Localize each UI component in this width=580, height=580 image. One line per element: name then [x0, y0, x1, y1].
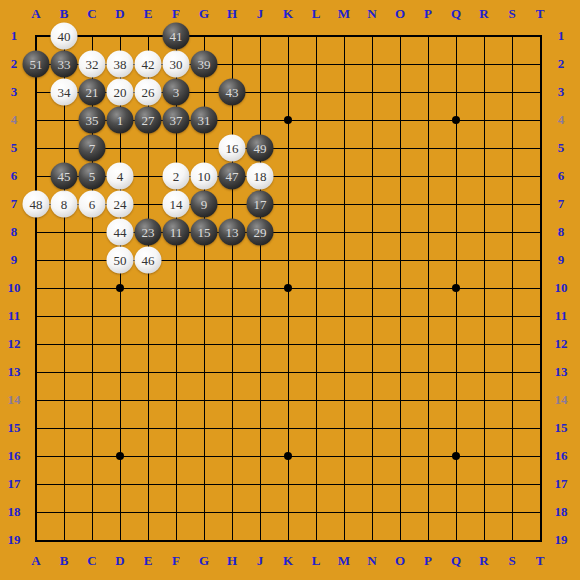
- row-label-right: 13: [555, 364, 568, 380]
- col-label-top: H: [227, 6, 237, 22]
- col-label-bottom: F: [172, 553, 180, 569]
- col-label-top: T: [536, 6, 545, 22]
- stone-black-21: 21: [79, 79, 106, 106]
- stone-white-2: 2: [163, 163, 190, 190]
- row-label-left: 8: [11, 224, 18, 240]
- row-label-right: 14: [555, 392, 568, 408]
- stone-black-47: 47: [219, 163, 246, 190]
- col-label-bottom: L: [312, 553, 321, 569]
- col-label-bottom: T: [536, 553, 545, 569]
- row-label-right: 3: [558, 84, 565, 100]
- stone-black-13: 13: [219, 219, 246, 246]
- stone-white-10: 10: [191, 163, 218, 190]
- col-label-top: D: [115, 6, 124, 22]
- stone-white-46: 46: [135, 247, 162, 274]
- row-label-right: 19: [555, 532, 568, 548]
- col-label-bottom: B: [60, 553, 69, 569]
- stone-white-34: 34: [51, 79, 78, 106]
- row-label-left: 7: [11, 196, 18, 212]
- col-label-bottom: O: [395, 553, 405, 569]
- col-label-top: Q: [451, 6, 461, 22]
- stone-white-26: 26: [135, 79, 162, 106]
- col-label-top: B: [60, 6, 69, 22]
- row-label-left: 3: [11, 84, 18, 100]
- row-label-left: 19: [8, 532, 21, 548]
- stone-white-42: 42: [135, 51, 162, 78]
- row-label-left: 18: [8, 504, 21, 520]
- col-label-bottom: D: [115, 553, 124, 569]
- row-label-right: 7: [558, 196, 565, 212]
- stone-black-17: 17: [247, 191, 274, 218]
- stone-black-45: 45: [51, 163, 78, 190]
- stone-white-14: 14: [163, 191, 190, 218]
- star-point: [116, 452, 124, 460]
- row-label-right: 17: [555, 476, 568, 492]
- col-label-bottom: C: [87, 553, 96, 569]
- star-point: [284, 452, 292, 460]
- row-label-right: 10: [555, 280, 568, 296]
- row-label-right: 5: [558, 140, 565, 156]
- row-label-left: 4: [11, 112, 18, 128]
- col-label-top: S: [508, 6, 515, 22]
- col-label-bottom: R: [479, 553, 488, 569]
- star-point: [452, 284, 460, 292]
- stone-black-37: 37: [163, 107, 190, 134]
- stone-black-1: 1: [107, 107, 134, 134]
- star-point: [284, 116, 292, 124]
- col-label-top: E: [144, 6, 153, 22]
- col-label-bottom: G: [199, 553, 209, 569]
- stone-white-18: 18: [247, 163, 274, 190]
- col-label-bottom: E: [144, 553, 153, 569]
- row-label-right: 8: [558, 224, 565, 240]
- col-label-top: P: [424, 6, 432, 22]
- col-label-bottom: J: [257, 553, 264, 569]
- row-label-left: 16: [8, 448, 21, 464]
- row-label-left: 1: [11, 28, 18, 44]
- stone-white-48: 48: [23, 191, 50, 218]
- stone-black-49: 49: [247, 135, 274, 162]
- star-point: [452, 116, 460, 124]
- col-label-top: N: [367, 6, 376, 22]
- col-label-top: L: [312, 6, 321, 22]
- stone-black-9: 9: [191, 191, 218, 218]
- row-label-left: 2: [11, 56, 18, 72]
- col-label-bottom: A: [31, 553, 40, 569]
- col-label-top: M: [338, 6, 350, 22]
- col-label-top: A: [31, 6, 40, 22]
- stone-white-8: 8: [51, 191, 78, 218]
- stone-black-3: 3: [163, 79, 190, 106]
- stone-white-20: 20: [107, 79, 134, 106]
- row-label-right: 4: [558, 112, 565, 128]
- stone-white-30: 30: [163, 51, 190, 78]
- stone-black-39: 39: [191, 51, 218, 78]
- star-point: [284, 284, 292, 292]
- row-label-left: 12: [8, 336, 21, 352]
- stone-black-11: 11: [163, 219, 190, 246]
- row-label-left: 6: [11, 168, 18, 184]
- stone-black-33: 33: [51, 51, 78, 78]
- go-kifu-diagram: AABBCCDDEEFFGGHHJJKKLLMMNNOOPPQQRRSSTT11…: [0, 0, 580, 580]
- row-label-right: 16: [555, 448, 568, 464]
- row-label-right: 11: [555, 308, 567, 324]
- row-label-right: 9: [558, 252, 565, 268]
- goban[interactable]: AABBCCDDEEFFGGHHJJKKLLMMNNOOPPQQRRSSTT11…: [0, 0, 580, 580]
- row-label-left: 11: [8, 308, 20, 324]
- row-label-left: 10: [8, 280, 21, 296]
- stone-white-40: 40: [51, 23, 78, 50]
- stone-black-23: 23: [135, 219, 162, 246]
- row-label-right: 15: [555, 420, 568, 436]
- row-label-left: 13: [8, 364, 21, 380]
- stone-black-15: 15: [191, 219, 218, 246]
- stone-white-6: 6: [79, 191, 106, 218]
- col-label-bottom: H: [227, 553, 237, 569]
- col-label-top: J: [257, 6, 264, 22]
- col-label-bottom: M: [338, 553, 350, 569]
- row-label-right: 1: [558, 28, 565, 44]
- col-label-bottom: P: [424, 553, 432, 569]
- row-label-left: 9: [11, 252, 18, 268]
- star-point: [116, 284, 124, 292]
- col-label-top: O: [395, 6, 405, 22]
- stone-black-43: 43: [219, 79, 246, 106]
- stone-black-41: 41: [163, 23, 190, 50]
- stone-black-27: 27: [135, 107, 162, 134]
- row-label-left: 15: [8, 420, 21, 436]
- col-label-top: G: [199, 6, 209, 22]
- col-label-top: K: [283, 6, 293, 22]
- col-label-top: R: [479, 6, 488, 22]
- row-label-left: 5: [11, 140, 18, 156]
- stone-white-4: 4: [107, 163, 134, 190]
- stone-white-38: 38: [107, 51, 134, 78]
- stone-black-31: 31: [191, 107, 218, 134]
- stone-black-7: 7: [79, 135, 106, 162]
- stone-white-16: 16: [219, 135, 246, 162]
- col-label-top: F: [172, 6, 180, 22]
- stone-white-44: 44: [107, 219, 134, 246]
- stone-white-24: 24: [107, 191, 134, 218]
- row-label-right: 2: [558, 56, 565, 72]
- stone-black-35: 35: [79, 107, 106, 134]
- row-label-right: 18: [555, 504, 568, 520]
- col-label-bottom: Q: [451, 553, 461, 569]
- col-label-top: C: [87, 6, 96, 22]
- row-label-left: 17: [8, 476, 21, 492]
- stone-white-50: 50: [107, 247, 134, 274]
- stone-white-32: 32: [79, 51, 106, 78]
- col-label-bottom: N: [367, 553, 376, 569]
- stone-black-29: 29: [247, 219, 274, 246]
- stone-black-51: 51: [23, 51, 50, 78]
- col-label-bottom: S: [508, 553, 515, 569]
- row-label-right: 12: [555, 336, 568, 352]
- col-label-bottom: K: [283, 553, 293, 569]
- row-label-left: 14: [8, 392, 21, 408]
- row-label-right: 6: [558, 168, 565, 184]
- stone-black-5: 5: [79, 163, 106, 190]
- star-point: [452, 452, 460, 460]
